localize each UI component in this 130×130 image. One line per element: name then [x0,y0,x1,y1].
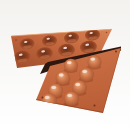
dome [64,59,78,73]
dome [56,71,71,85]
dome [79,67,94,81]
corner-hole [106,32,108,34]
corner-hole [42,97,44,99]
corner-hole [15,39,17,41]
corner-hole [94,105,96,107]
dome [87,55,101,69]
product-photo-silicone-mold [0,0,130,130]
dome [64,91,79,106]
corner-hole [115,51,117,53]
mold-scene [0,0,130,130]
